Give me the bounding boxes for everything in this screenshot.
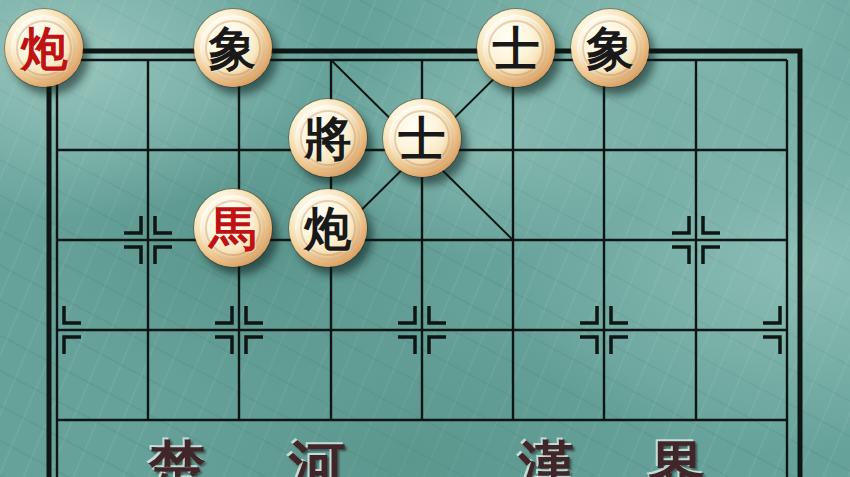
piece-character: 士 [493,25,540,72]
piece-red-cannon-f1[interactable]: 炮 [5,9,83,87]
piece-character: 將 [304,115,351,162]
piece-black-general-f4[interactable]: 將 [289,99,367,177]
pieces-layer: 炮象士象將士馬炮 [0,0,850,477]
piece-character: 馬 [209,205,256,252]
xiangqi-table: 楚 河 漢 界 炮象士象將士馬炮 [0,0,850,477]
piece-character: 炮 [304,205,351,252]
piece-character: 士 [399,115,446,162]
piece-red-horse-f3[interactable]: 馬 [194,189,272,267]
piece-black-advisor-f5[interactable]: 士 [383,99,461,177]
piece-black-cannon-f4[interactable]: 炮 [289,189,367,267]
piece-black-elephant-f3[interactable]: 象 [194,9,272,87]
piece-character: 象 [587,25,634,72]
piece-character: 象 [209,25,256,72]
piece-black-elephant-f7[interactable]: 象 [571,9,649,87]
piece-character: 炮 [21,25,68,72]
piece-black-advisor-f6[interactable]: 士 [477,9,555,87]
